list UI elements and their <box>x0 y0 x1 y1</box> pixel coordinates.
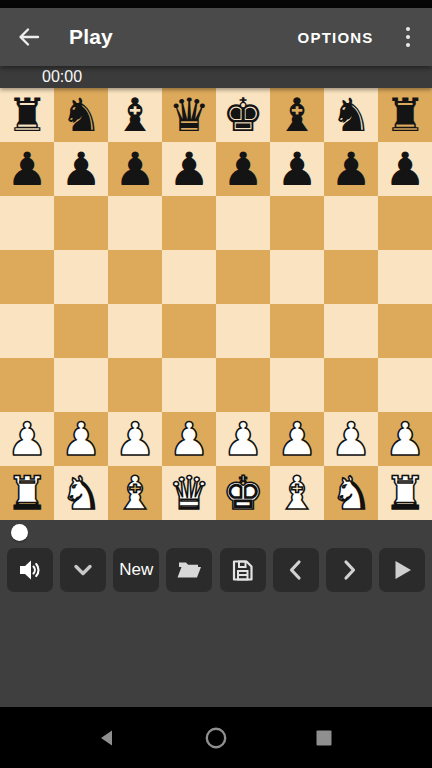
square-h1[interactable]: ♜ <box>378 466 432 520</box>
square-f3[interactable] <box>270 358 324 412</box>
square-e7[interactable]: ♟ <box>216 142 270 196</box>
black-pawn: ♟ <box>276 142 317 196</box>
nav-home-button[interactable] <box>203 725 229 751</box>
folder-open-icon <box>175 556 203 584</box>
chess-app-screen: Play OPTIONS 00:00 ♜♞♝♛♚♝♞♜♟♟♟♟♟♟♟♟♟♟♟♟♟… <box>0 0 432 768</box>
white-pawn: ♟ <box>276 412 317 466</box>
back-arrow-icon <box>16 24 42 50</box>
save-game-button[interactable] <box>220 548 266 592</box>
square-h8[interactable]: ♜ <box>378 88 432 142</box>
square-c5[interactable] <box>108 250 162 304</box>
square-h4[interactable] <box>378 304 432 358</box>
nav-back-button[interactable] <box>95 725 121 751</box>
floppy-save-icon <box>229 557 256 584</box>
square-g4[interactable] <box>324 304 378 358</box>
square-g3[interactable] <box>324 358 378 412</box>
white-rook: ♜ <box>6 466 47 520</box>
square-c8[interactable]: ♝ <box>108 88 162 142</box>
nav-back-icon <box>95 725 121 751</box>
chevron-down-icon <box>70 557 96 583</box>
square-g2[interactable]: ♟ <box>324 412 378 466</box>
kebab-menu-icon <box>406 27 411 32</box>
page-title: Play <box>69 25 113 49</box>
square-b7[interactable]: ♟ <box>54 142 108 196</box>
chess-board: ♜♞♝♛♚♝♞♜♟♟♟♟♟♟♟♟♟♟♟♟♟♟♟♟♜♞♝♛♚♝♞♜ <box>0 88 432 520</box>
black-knight: ♞ <box>330 88 371 142</box>
black-pawn: ♟ <box>384 142 425 196</box>
autoplay-button[interactable] <box>379 548 425 592</box>
square-e4[interactable] <box>216 304 270 358</box>
square-e6[interactable] <box>216 196 270 250</box>
square-e8[interactable]: ♚ <box>216 88 270 142</box>
square-b4[interactable] <box>54 304 108 358</box>
white-pawn: ♟ <box>60 412 101 466</box>
chevron-right-icon <box>336 557 362 583</box>
black-pawn: ♟ <box>114 142 155 196</box>
control-panel: New <box>0 520 432 707</box>
square-a2[interactable]: ♟ <box>0 412 54 466</box>
square-d1[interactable]: ♛ <box>162 466 216 520</box>
black-bishop: ♝ <box>114 88 155 142</box>
nav-recents-button[interactable] <box>311 725 337 751</box>
square-g1[interactable]: ♞ <box>324 466 378 520</box>
square-e5[interactable] <box>216 250 270 304</box>
white-pawn: ♟ <box>384 412 425 466</box>
black-pawn: ♟ <box>60 142 101 196</box>
square-f4[interactable] <box>270 304 324 358</box>
square-e3[interactable] <box>216 358 270 412</box>
square-a8[interactable]: ♜ <box>0 88 54 142</box>
previous-move-button[interactable] <box>273 548 319 592</box>
nav-home-icon <box>203 725 229 751</box>
overflow-menu-button[interactable] <box>400 23 417 52</box>
white-pawn: ♟ <box>330 412 371 466</box>
square-f6[interactable] <box>270 196 324 250</box>
move-slider-thumb[interactable] <box>11 524 28 541</box>
sound-button[interactable] <box>7 548 53 592</box>
speaker-icon <box>16 556 44 584</box>
square-g8[interactable]: ♞ <box>324 88 378 142</box>
square-c2[interactable]: ♟ <box>108 412 162 466</box>
square-e2[interactable]: ♟ <box>216 412 270 466</box>
play-icon <box>389 557 415 583</box>
options-button[interactable]: OPTIONS <box>294 21 378 54</box>
nav-recents-icon <box>311 725 337 751</box>
square-b3[interactable] <box>54 358 108 412</box>
collapse-button[interactable] <box>60 548 106 592</box>
black-pawn: ♟ <box>6 142 47 196</box>
square-a4[interactable] <box>0 304 54 358</box>
white-knight: ♞ <box>330 466 371 520</box>
square-f8[interactable]: ♝ <box>270 88 324 142</box>
square-h7[interactable]: ♟ <box>378 142 432 196</box>
black-rook: ♜ <box>384 88 425 142</box>
chevron-left-icon <box>283 557 309 583</box>
square-h3[interactable] <box>378 358 432 412</box>
square-d5[interactable] <box>162 250 216 304</box>
kebab-menu-icon <box>406 43 411 48</box>
square-d4[interactable] <box>162 304 216 358</box>
white-bishop: ♝ <box>114 466 155 520</box>
square-h5[interactable] <box>378 250 432 304</box>
square-a1[interactable]: ♜ <box>0 466 54 520</box>
square-c4[interactable] <box>108 304 162 358</box>
white-knight: ♞ <box>60 466 101 520</box>
white-rook: ♜ <box>384 466 425 520</box>
kebab-menu-icon <box>406 35 411 40</box>
square-h2[interactable]: ♟ <box>378 412 432 466</box>
status-bar <box>0 0 432 8</box>
white-king: ♚ <box>222 466 263 520</box>
square-f2[interactable]: ♟ <box>270 412 324 466</box>
square-a3[interactable] <box>0 358 54 412</box>
black-pawn: ♟ <box>222 142 263 196</box>
square-b5[interactable] <box>54 250 108 304</box>
square-b1[interactable]: ♞ <box>54 466 108 520</box>
white-pawn: ♟ <box>6 412 47 466</box>
app-bar: Play OPTIONS <box>0 8 432 66</box>
white-pawn: ♟ <box>222 412 263 466</box>
clock-bar: 00:00 <box>0 66 432 88</box>
black-bishop: ♝ <box>276 88 317 142</box>
white-pawn: ♟ <box>114 412 155 466</box>
square-c7[interactable]: ♟ <box>108 142 162 196</box>
square-b2[interactable]: ♟ <box>54 412 108 466</box>
white-bishop: ♝ <box>276 466 317 520</box>
square-c3[interactable] <box>108 358 162 412</box>
open-game-button[interactable] <box>166 548 212 592</box>
new-game-button[interactable]: New <box>113 548 159 592</box>
square-d8[interactable]: ♛ <box>162 88 216 142</box>
square-h6[interactable] <box>378 196 432 250</box>
square-f1[interactable]: ♝ <box>270 466 324 520</box>
square-g6[interactable] <box>324 196 378 250</box>
square-c1[interactable]: ♝ <box>108 466 162 520</box>
black-queen: ♛ <box>168 88 209 142</box>
square-a6[interactable] <box>0 196 54 250</box>
square-g5[interactable] <box>324 250 378 304</box>
square-b6[interactable] <box>54 196 108 250</box>
square-d3[interactable] <box>162 358 216 412</box>
toolbar: New <box>0 548 432 592</box>
black-knight: ♞ <box>60 88 101 142</box>
square-g7[interactable]: ♟ <box>324 142 378 196</box>
square-f7[interactable]: ♟ <box>270 142 324 196</box>
white-queen: ♛ <box>168 466 209 520</box>
black-rook: ♜ <box>6 88 47 142</box>
black-king: ♚ <box>222 88 263 142</box>
square-e1[interactable]: ♚ <box>216 466 270 520</box>
square-d6[interactable] <box>162 196 216 250</box>
square-a7[interactable]: ♟ <box>0 142 54 196</box>
square-c6[interactable] <box>108 196 162 250</box>
black-pawn: ♟ <box>168 142 209 196</box>
game-clock: 00:00 <box>42 66 82 88</box>
square-b8[interactable]: ♞ <box>54 88 108 142</box>
black-pawn: ♟ <box>330 142 371 196</box>
square-d7[interactable]: ♟ <box>162 142 216 196</box>
square-a5[interactable] <box>0 250 54 304</box>
white-pawn: ♟ <box>168 412 209 466</box>
square-f5[interactable] <box>270 250 324 304</box>
back-button[interactable] <box>16 24 42 50</box>
next-move-button[interactable] <box>326 548 372 592</box>
square-d2[interactable]: ♟ <box>162 412 216 466</box>
android-nav-bar <box>0 707 432 768</box>
